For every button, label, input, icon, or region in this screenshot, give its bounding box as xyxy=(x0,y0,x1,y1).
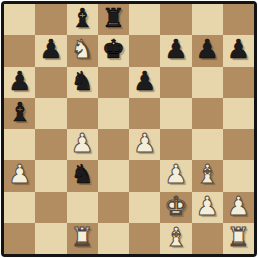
square-b6[interactable] xyxy=(35,67,66,98)
square-d8[interactable]: ♜ xyxy=(98,4,129,35)
square-c4[interactable]: ♟ xyxy=(67,129,98,160)
square-c6[interactable]: ♞ xyxy=(67,67,98,98)
square-f3[interactable]: ♟ xyxy=(160,160,191,191)
square-a3[interactable]: ♟ xyxy=(4,160,35,191)
square-e6[interactable]: ♟ xyxy=(129,67,160,98)
square-c2[interactable] xyxy=(67,192,98,223)
piece-white-bishop[interactable]: ♝ xyxy=(195,160,218,190)
piece-black-pawn[interactable]: ♟ xyxy=(39,35,62,65)
square-d5[interactable] xyxy=(98,98,129,129)
square-h5[interactable] xyxy=(223,98,254,129)
piece-white-bishop[interactable]: ♝ xyxy=(164,223,187,253)
square-a4[interactable] xyxy=(4,129,35,160)
square-g8[interactable] xyxy=(192,4,223,35)
piece-white-pawn[interactable]: ♟ xyxy=(133,129,156,159)
square-g3[interactable]: ♝ xyxy=(192,160,223,191)
square-h1[interactable]: ♜ xyxy=(223,223,254,254)
square-b8[interactable] xyxy=(35,4,66,35)
square-d6[interactable] xyxy=(98,67,129,98)
square-g2[interactable]: ♟ xyxy=(192,192,223,223)
square-g1[interactable] xyxy=(192,223,223,254)
piece-white-pawn[interactable]: ♟ xyxy=(8,160,31,190)
piece-white-king[interactable]: ♚ xyxy=(164,192,187,222)
square-c7[interactable]: ♞ xyxy=(67,35,98,66)
square-f1[interactable]: ♝ xyxy=(160,223,191,254)
square-c1[interactable]: ♜ xyxy=(67,223,98,254)
square-f8[interactable] xyxy=(160,4,191,35)
piece-white-pawn[interactable]: ♟ xyxy=(164,160,187,190)
square-g7[interactable]: ♟ xyxy=(192,35,223,66)
square-h7[interactable]: ♟ xyxy=(223,35,254,66)
piece-white-knight[interactable]: ♞ xyxy=(70,35,93,65)
square-b4[interactable] xyxy=(35,129,66,160)
piece-black-bishop[interactable]: ♝ xyxy=(8,98,31,128)
square-f4[interactable] xyxy=(160,129,191,160)
square-d4[interactable] xyxy=(98,129,129,160)
board-border: ♝♜♟♞♚♟♟♟♟♞♟♝♟♟♟♞♟♝♚♟♟♜♝♜ xyxy=(1,1,257,257)
square-c5[interactable] xyxy=(67,98,98,129)
square-h2[interactable]: ♟ xyxy=(223,192,254,223)
piece-black-bishop[interactable]: ♝ xyxy=(70,4,93,34)
chess-app: ♝♜♟♞♚♟♟♟♟♞♟♝♟♟♟♞♟♝♚♟♟♜♝♜ xyxy=(0,0,258,258)
square-c3[interactable]: ♞ xyxy=(67,160,98,191)
square-b7[interactable]: ♟ xyxy=(35,35,66,66)
piece-black-knight[interactable]: ♞ xyxy=(70,160,93,190)
piece-white-rook[interactable]: ♜ xyxy=(70,223,93,253)
square-b1[interactable] xyxy=(35,223,66,254)
chess-board: ♝♜♟♞♚♟♟♟♟♞♟♝♟♟♟♞♟♝♚♟♟♜♝♜ xyxy=(4,4,254,254)
square-f6[interactable] xyxy=(160,67,191,98)
piece-black-pawn[interactable]: ♟ xyxy=(8,67,31,97)
square-e5[interactable] xyxy=(129,98,160,129)
square-a7[interactable] xyxy=(4,35,35,66)
square-h3[interactable] xyxy=(223,160,254,191)
square-d3[interactable] xyxy=(98,160,129,191)
square-h8[interactable] xyxy=(223,4,254,35)
square-b5[interactable] xyxy=(35,98,66,129)
square-c8[interactable]: ♝ xyxy=(67,4,98,35)
square-a2[interactable] xyxy=(4,192,35,223)
piece-black-pawn[interactable]: ♟ xyxy=(227,35,250,65)
piece-white-pawn[interactable]: ♟ xyxy=(227,192,250,222)
square-f2[interactable]: ♚ xyxy=(160,192,191,223)
square-b2[interactable] xyxy=(35,192,66,223)
square-h6[interactable] xyxy=(223,67,254,98)
square-d1[interactable] xyxy=(98,223,129,254)
piece-white-pawn[interactable]: ♟ xyxy=(70,129,93,159)
square-e2[interactable] xyxy=(129,192,160,223)
square-d2[interactable] xyxy=(98,192,129,223)
square-e1[interactable] xyxy=(129,223,160,254)
square-e7[interactable] xyxy=(129,35,160,66)
piece-black-pawn[interactable]: ♟ xyxy=(164,35,187,65)
piece-black-king[interactable]: ♚ xyxy=(102,35,125,65)
piece-white-pawn[interactable]: ♟ xyxy=(195,192,218,222)
piece-white-rook[interactable]: ♜ xyxy=(227,223,250,253)
square-a5[interactable]: ♝ xyxy=(4,98,35,129)
square-a6[interactable]: ♟ xyxy=(4,67,35,98)
square-e4[interactable]: ♟ xyxy=(129,129,160,160)
piece-black-rook[interactable]: ♜ xyxy=(102,4,125,34)
square-h4[interactable] xyxy=(223,129,254,160)
piece-black-pawn[interactable]: ♟ xyxy=(195,35,218,65)
board-frame: ♝♜♟♞♚♟♟♟♟♞♟♝♟♟♟♞♟♝♚♟♟♜♝♜ xyxy=(0,0,258,258)
square-g4[interactable] xyxy=(192,129,223,160)
square-f7[interactable]: ♟ xyxy=(160,35,191,66)
piece-black-pawn[interactable]: ♟ xyxy=(133,67,156,97)
square-a1[interactable] xyxy=(4,223,35,254)
square-d7[interactable]: ♚ xyxy=(98,35,129,66)
square-e8[interactable] xyxy=(129,4,160,35)
square-g5[interactable] xyxy=(192,98,223,129)
square-a8[interactable] xyxy=(4,4,35,35)
square-e3[interactable] xyxy=(129,160,160,191)
piece-black-knight[interactable]: ♞ xyxy=(70,67,93,97)
square-f5[interactable] xyxy=(160,98,191,129)
square-g6[interactable] xyxy=(192,67,223,98)
square-b3[interactable] xyxy=(35,160,66,191)
